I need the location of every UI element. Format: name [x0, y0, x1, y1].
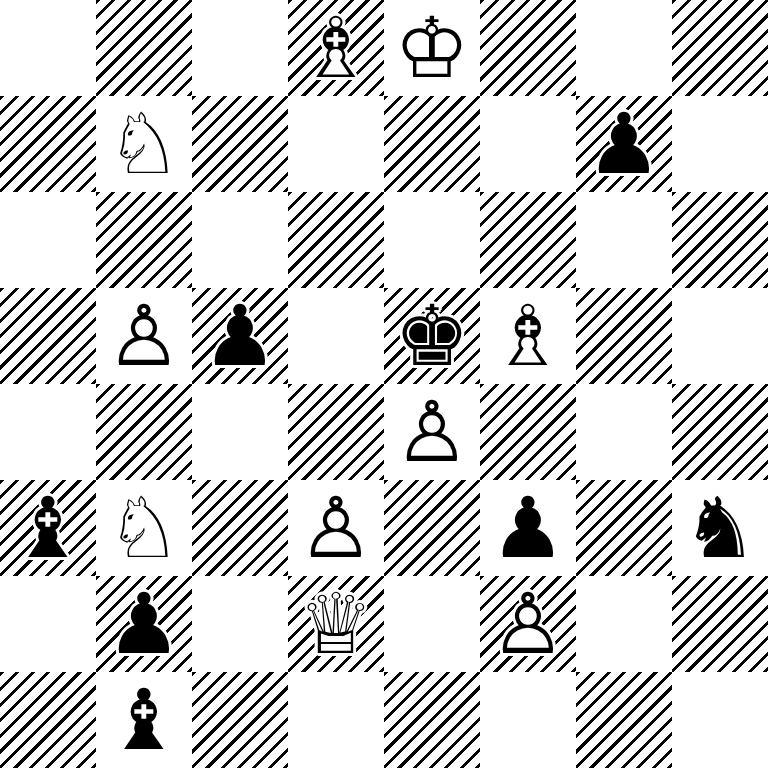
- piece-glyph-outline: ♞: [672, 480, 768, 576]
- square-e5[interactable]: ♚♚: [384, 288, 480, 384]
- square-a6[interactable]: [0, 192, 96, 288]
- square-c5[interactable]: ♟♟: [192, 288, 288, 384]
- white-bishop-icon[interactable]: ♝♗: [288, 0, 384, 96]
- piece-glyph-outline: ♔: [384, 0, 480, 96]
- square-h4[interactable]: [672, 384, 768, 480]
- square-g6[interactable]: [576, 192, 672, 288]
- piece-glyph-outline: ♟: [96, 576, 192, 672]
- white-king-icon[interactable]: ♚♔: [384, 0, 480, 96]
- square-b8[interactable]: [96, 0, 192, 96]
- piece-glyph-outline: ♘: [96, 480, 192, 576]
- white-bishop-icon[interactable]: ♝♗: [480, 288, 576, 384]
- square-e1[interactable]: [384, 672, 480, 768]
- piece-glyph-outline: ♙: [288, 480, 384, 576]
- square-b6[interactable]: [96, 192, 192, 288]
- square-c4[interactable]: [192, 384, 288, 480]
- square-e6[interactable]: [384, 192, 480, 288]
- piece-glyph-outline: ♕: [288, 576, 384, 672]
- white-pawn-icon[interactable]: ♟♙: [288, 480, 384, 576]
- square-d2[interactable]: ♛♕: [288, 576, 384, 672]
- square-g8[interactable]: [576, 0, 672, 96]
- black-bishop-icon[interactable]: ♝♝: [96, 672, 192, 768]
- black-pawn-icon[interactable]: ♟♟: [576, 96, 672, 192]
- white-knight-icon[interactable]: ♞♘: [96, 480, 192, 576]
- square-h2[interactable]: [672, 576, 768, 672]
- square-f6[interactable]: [480, 192, 576, 288]
- chess-diagram: ♝♗♚♔♞♘♟♟♟♙♟♟♚♚♝♗♟♙♝♝♞♘♟♙♟♟♞♞♟♟♛♕♟♙♝♝: [0, 0, 768, 768]
- square-f1[interactable]: [480, 672, 576, 768]
- piece-glyph-outline: ♝: [0, 480, 96, 576]
- square-b3[interactable]: ♞♘: [96, 480, 192, 576]
- square-c7[interactable]: [192, 96, 288, 192]
- piece-glyph-outline: ♝: [96, 672, 192, 768]
- square-c1[interactable]: [192, 672, 288, 768]
- square-d6[interactable]: [288, 192, 384, 288]
- black-pawn-icon[interactable]: ♟♟: [96, 576, 192, 672]
- square-h8[interactable]: [672, 0, 768, 96]
- square-a8[interactable]: [0, 0, 96, 96]
- white-knight-icon[interactable]: ♞♘: [96, 96, 192, 192]
- square-e7[interactable]: [384, 96, 480, 192]
- square-f4[interactable]: [480, 384, 576, 480]
- piece-glyph-outline: ♗: [480, 288, 576, 384]
- black-king-icon[interactable]: ♚♚: [384, 288, 480, 384]
- square-f3[interactable]: ♟♟: [480, 480, 576, 576]
- square-f2[interactable]: ♟♙: [480, 576, 576, 672]
- square-f7[interactable]: [480, 96, 576, 192]
- square-f5[interactable]: ♝♗: [480, 288, 576, 384]
- black-knight-icon[interactable]: ♞♞: [672, 480, 768, 576]
- square-d7[interactable]: [288, 96, 384, 192]
- square-e4[interactable]: ♟♙: [384, 384, 480, 480]
- square-b5[interactable]: ♟♙: [96, 288, 192, 384]
- square-d8[interactable]: ♝♗: [288, 0, 384, 96]
- square-g4[interactable]: [576, 384, 672, 480]
- square-d3[interactable]: ♟♙: [288, 480, 384, 576]
- square-h1[interactable]: [672, 672, 768, 768]
- square-g5[interactable]: [576, 288, 672, 384]
- square-g3[interactable]: [576, 480, 672, 576]
- square-b2[interactable]: ♟♟: [96, 576, 192, 672]
- square-c8[interactable]: [192, 0, 288, 96]
- chess-board: ♝♗♚♔♞♘♟♟♟♙♟♟♚♚♝♗♟♙♝♝♞♘♟♙♟♟♞♞♟♟♛♕♟♙♝♝: [0, 0, 768, 768]
- square-h5[interactable]: [672, 288, 768, 384]
- piece-glyph-outline: ♚: [384, 288, 480, 384]
- square-h3[interactable]: ♞♞: [672, 480, 768, 576]
- black-pawn-icon[interactable]: ♟♟: [480, 480, 576, 576]
- piece-glyph-outline: ♙: [480, 576, 576, 672]
- white-pawn-icon[interactable]: ♟♙: [480, 576, 576, 672]
- square-e3[interactable]: [384, 480, 480, 576]
- square-c6[interactable]: [192, 192, 288, 288]
- square-c2[interactable]: [192, 576, 288, 672]
- square-a3[interactable]: ♝♝: [0, 480, 96, 576]
- piece-glyph-outline: ♟: [192, 288, 288, 384]
- black-bishop-icon[interactable]: ♝♝: [0, 480, 96, 576]
- square-a4[interactable]: [0, 384, 96, 480]
- white-pawn-icon[interactable]: ♟♙: [384, 384, 480, 480]
- square-h6[interactable]: [672, 192, 768, 288]
- square-g7[interactable]: ♟♟: [576, 96, 672, 192]
- piece-glyph-outline: ♟: [480, 480, 576, 576]
- white-queen-icon[interactable]: ♛♕: [288, 576, 384, 672]
- square-a7[interactable]: [0, 96, 96, 192]
- piece-glyph-outline: ♗: [288, 0, 384, 96]
- square-c3[interactable]: [192, 480, 288, 576]
- square-h7[interactable]: [672, 96, 768, 192]
- piece-glyph-outline: ♙: [96, 288, 192, 384]
- square-b7[interactable]: ♞♘: [96, 96, 192, 192]
- square-a1[interactable]: [0, 672, 96, 768]
- square-e8[interactable]: ♚♔: [384, 0, 480, 96]
- square-d5[interactable]: [288, 288, 384, 384]
- square-a5[interactable]: [0, 288, 96, 384]
- piece-glyph-outline: ♘: [96, 96, 192, 192]
- square-f8[interactable]: [480, 0, 576, 96]
- square-e2[interactable]: [384, 576, 480, 672]
- square-g2[interactable]: [576, 576, 672, 672]
- square-a2[interactable]: [0, 576, 96, 672]
- black-pawn-icon[interactable]: ♟♟: [192, 288, 288, 384]
- white-pawn-icon[interactable]: ♟♙: [96, 288, 192, 384]
- square-b1[interactable]: ♝♝: [96, 672, 192, 768]
- square-g1[interactable]: [576, 672, 672, 768]
- piece-glyph-outline: ♙: [384, 384, 480, 480]
- square-d4[interactable]: [288, 384, 384, 480]
- square-d1[interactable]: [288, 672, 384, 768]
- square-b4[interactable]: [96, 384, 192, 480]
- piece-glyph-outline: ♟: [576, 96, 672, 192]
